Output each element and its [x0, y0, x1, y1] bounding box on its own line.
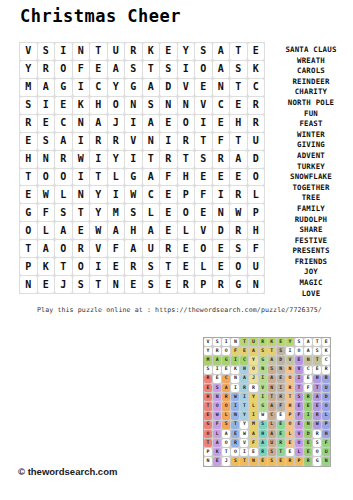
grid-cell[interactable]: E [178, 258, 195, 275]
grid-cell[interactable]: R [213, 276, 230, 293]
word-list-item: MAGIC [271, 278, 351, 289]
grid-cell[interactable]: A [90, 115, 107, 132]
grid-cell[interactable]: D [213, 222, 230, 239]
grid-cell[interactable]: Y [108, 79, 125, 96]
grid-cell[interactable]: H [125, 222, 142, 239]
grid-cell[interactable]: T [230, 43, 247, 60]
grid-cell[interactable]: L [143, 204, 160, 221]
grid-cell[interactable]: U [248, 133, 265, 150]
grid-cell[interactable]: V [20, 43, 37, 60]
grid-cell[interactable]: R [108, 133, 125, 150]
grid-cell[interactable]: W [230, 204, 247, 221]
grid-cell[interactable]: A [143, 222, 160, 239]
solution-cell: H [240, 366, 248, 374]
grid-cell[interactable]: L [55, 186, 72, 203]
grid-cell[interactable]: S [143, 258, 160, 275]
grid-cell[interactable]: I [213, 186, 230, 203]
grid-cell[interactable]: Y [108, 151, 125, 168]
grid-cell[interactable]: G [125, 79, 142, 96]
grid-cell[interactable]: H [230, 115, 247, 132]
grid-cell[interactable]: I [73, 133, 90, 150]
grid-cell[interactable]: Y [178, 43, 195, 60]
word-list-item: SANTA CLAUS [271, 45, 351, 56]
grid-cell[interactable]: R [38, 61, 55, 78]
grid-cell[interactable]: S [73, 276, 90, 293]
grid-cell[interactable]: E [38, 115, 55, 132]
grid-cell[interactable]: T [90, 169, 107, 186]
grid-cell[interactable]: W [73, 151, 90, 168]
grid-cell[interactable]: A [143, 169, 160, 186]
grid-cell[interactable]: T [178, 151, 195, 168]
solution-cell: P [204, 448, 212, 456]
grid-cell[interactable]: C [55, 115, 72, 132]
solution-cell: I [295, 375, 303, 383]
solution-cell: O [322, 402, 330, 410]
solution-cell: O [222, 402, 230, 410]
grid-cell[interactable]: T [143, 151, 160, 168]
solution-cell: E [313, 366, 321, 374]
grid-cell[interactable]: M [108, 204, 125, 221]
grid-cell[interactable]: K [73, 97, 90, 114]
solution-cell: G [313, 457, 321, 465]
grid-cell[interactable]: N [73, 43, 90, 60]
grid-cell[interactable]: W [38, 186, 55, 203]
grid-cell[interactable]: T [90, 43, 107, 60]
grid-cell[interactable]: E [160, 115, 177, 132]
solution-cell: P [286, 412, 294, 420]
grid-cell[interactable]: H [90, 97, 107, 114]
grid-cell[interactable]: T [90, 276, 107, 293]
solution-cell: G [204, 421, 212, 429]
grid-cell[interactable]: E [195, 169, 212, 186]
grid-cell[interactable]: O [178, 204, 195, 221]
grid-cell[interactable]: L [248, 186, 265, 203]
grid-cell[interactable]: O [55, 240, 72, 257]
solution-cell: N [304, 356, 312, 364]
solution-cell: R [286, 457, 294, 465]
word-list-item: LOVE [271, 289, 351, 300]
grid-cell[interactable]: R [213, 151, 230, 168]
grid-cell[interactable]: J [55, 276, 72, 293]
grid-cell[interactable]: P [195, 276, 212, 293]
solution-cell: S [313, 347, 321, 355]
grid-cell[interactable]: U [143, 240, 160, 257]
solution-cell: U [322, 384, 330, 392]
grid-cell[interactable]: G [55, 79, 72, 96]
grid-cell[interactable]: M [20, 79, 37, 96]
solution-cell: O [286, 375, 294, 383]
solution-cell: W [213, 412, 221, 420]
grid-cell[interactable]: F [248, 240, 265, 257]
solution-cell: P [322, 421, 330, 429]
solution-cell: E [304, 439, 312, 447]
grid-cell[interactable]: C [213, 97, 230, 114]
grid-cell[interactable]: L [108, 169, 125, 186]
grid-cell[interactable]: F [195, 186, 212, 203]
solution-cell: S [268, 366, 276, 374]
grid-cell[interactable]: E [160, 204, 177, 221]
solution-cell: V [240, 439, 248, 447]
grid-cell[interactable]: I [160, 133, 177, 150]
solution-cell: T [286, 393, 294, 401]
grid-cell[interactable]: Y [90, 204, 107, 221]
grid-cell[interactable]: F [38, 204, 55, 221]
solution-cell: O [222, 439, 230, 447]
grid-cell[interactable]: O [230, 258, 247, 275]
grid-cell[interactable]: I [108, 186, 125, 203]
grid-cell[interactable]: W [90, 222, 107, 239]
solution-cell: S [259, 347, 267, 355]
solution-cell: O [295, 439, 303, 447]
solution-cell: K [322, 347, 330, 355]
solution-cell: R [240, 384, 248, 392]
grid-cell[interactable]: F [73, 61, 90, 78]
solution-cell: I [213, 366, 221, 374]
grid-cell[interactable]: O [195, 61, 212, 78]
grid-cell[interactable]: N [178, 97, 195, 114]
grid-cell[interactable]: S [195, 151, 212, 168]
grid-cell[interactable]: P [20, 258, 37, 275]
solution-cell: S [222, 421, 230, 429]
grid-cell[interactable]: N [248, 276, 265, 293]
grid-cell[interactable]: A [108, 61, 125, 78]
grid-cell[interactable]: A [230, 151, 247, 168]
grid-cell[interactable]: O [55, 169, 72, 186]
grid-cell[interactable]: E [213, 258, 230, 275]
grid-cell[interactable]: I [90, 258, 107, 275]
solution-cell: A [259, 439, 267, 447]
grid-cell[interactable]: G [20, 204, 37, 221]
word-list-item: SHARE [271, 225, 351, 236]
solution-cell: E [240, 347, 248, 355]
solution-cell: L [249, 402, 257, 410]
grid-cell[interactable]: R [160, 240, 177, 257]
grid-cell[interactable]: N [20, 276, 37, 293]
grid-cell[interactable]: V [125, 133, 142, 150]
grid-cell[interactable]: R [20, 115, 37, 132]
grid-cell[interactable]: H [248, 222, 265, 239]
grid-cell[interactable]: R [90, 133, 107, 150]
grid-cell[interactable]: S [143, 97, 160, 114]
grid-cell[interactable]: T [55, 258, 72, 275]
grid-cell[interactable]: I [178, 61, 195, 78]
grid-cell[interactable]: T [143, 61, 160, 78]
grid-cell[interactable]: E [213, 115, 230, 132]
solution-cell: O [295, 347, 303, 355]
solution-cell: O [204, 430, 212, 438]
grid-cell[interactable]: S [125, 204, 142, 221]
solution-cell: S [268, 457, 276, 465]
grid-cell[interactable]: O [55, 61, 72, 78]
grid-cell[interactable]: N [125, 97, 142, 114]
solution-cell: S [259, 421, 267, 429]
solution-cell: S [268, 448, 276, 456]
grid-cell[interactable]: I [38, 97, 55, 114]
grid-cell[interactable]: N [160, 97, 177, 114]
grid-cell[interactable]: N [213, 79, 230, 96]
grid-cell[interactable]: R [125, 258, 142, 275]
grid-cell[interactable]: I [90, 151, 107, 168]
word-list-item: FRIENDS [271, 257, 351, 268]
grid-cell[interactable]: Y [90, 186, 107, 203]
grid-cell[interactable]: V [178, 79, 195, 96]
grid-cell[interactable]: A [213, 43, 230, 60]
solution-cell: E [313, 402, 321, 410]
solution-cell: H [204, 393, 212, 401]
grid-cell[interactable]: A [143, 115, 160, 132]
solution-cell: T [240, 338, 248, 346]
grid-cell[interactable]: V [195, 97, 212, 114]
solution-cell: N [322, 457, 330, 465]
page-title: Christmas Cheer [20, 6, 181, 26]
grid-cell[interactable]: I [73, 169, 90, 186]
grid-cell[interactable]: F [108, 240, 125, 257]
grid-cell[interactable]: A [55, 133, 72, 150]
solution-cell: E [286, 439, 294, 447]
grid-cell[interactable]: S [230, 240, 247, 257]
solution-cell: W [313, 421, 321, 429]
grid-cell[interactable]: R [55, 151, 72, 168]
solution-cell: K [213, 448, 221, 456]
grid-cell[interactable]: R [248, 97, 265, 114]
grid-cell[interactable]: K [38, 258, 55, 275]
grid-cell[interactable]: E [230, 97, 247, 114]
solution-cell: I [286, 347, 294, 355]
grid-cell[interactable]: R [125, 43, 142, 60]
grid-cell[interactable]: E [178, 240, 195, 257]
grid-cell[interactable]: W [125, 186, 142, 203]
grid-cell[interactable]: S [195, 43, 212, 60]
word-list: SANTA CLAUSWREATHCAROLSREINDEERCHARITYNO… [271, 45, 351, 299]
grid-cell[interactable]: E [248, 43, 265, 60]
solution-cell: J [249, 375, 257, 383]
solution-cell: G [259, 402, 267, 410]
word-list-item: FEAST [271, 119, 351, 130]
solution-cell: E [277, 338, 285, 346]
grid-cell[interactable]: E [195, 204, 212, 221]
solution-cell: L [268, 421, 276, 429]
grid-cell[interactable]: E [160, 43, 177, 60]
word-search-grid: VSINTURKEYSATEYROFEASTSIOASKMAGICYGADVEN… [19, 42, 265, 294]
solution-cell: A [213, 439, 221, 447]
solution-cell: W [231, 393, 239, 401]
grid-cell[interactable]: A [125, 240, 142, 257]
solution-cell: O [231, 448, 239, 456]
grid-cell[interactable]: A [55, 222, 72, 239]
grid-cell[interactable]: R [178, 133, 195, 150]
grid-cell[interactable]: E [195, 79, 212, 96]
grid-cell[interactable]: E [213, 169, 230, 186]
grid-cell[interactable]: T [195, 133, 212, 150]
grid-cell[interactable]: E [160, 186, 177, 203]
grid-cell[interactable]: E [55, 97, 72, 114]
grid-cell[interactable]: R [178, 276, 195, 293]
solution-cell: V [204, 338, 212, 346]
grid-cell[interactable]: O [108, 97, 125, 114]
word-list-item: WINTER [271, 130, 351, 141]
grid-cell[interactable]: O [20, 222, 37, 239]
grid-cell[interactable]: O [248, 169, 265, 186]
grid-cell[interactable]: O [73, 258, 90, 275]
grid-cell[interactable]: O [195, 240, 212, 257]
solution-cell: V [295, 366, 303, 374]
word-list-item: WREATH [271, 56, 351, 67]
grid-cell[interactable]: N [108, 276, 125, 293]
solution-cell: A [222, 430, 230, 438]
grid-cell[interactable]: V [90, 240, 107, 257]
grid-cell[interactable]: T [20, 240, 37, 257]
grid-cell[interactable]: A [108, 222, 125, 239]
grid-cell[interactable]: R [160, 151, 177, 168]
solution-cell: E [295, 421, 303, 429]
grid-cell[interactable]: V [195, 222, 212, 239]
grid-cell[interactable]: O [178, 115, 195, 132]
grid-cell[interactable]: J [108, 115, 125, 132]
grid-cell[interactable]: K [143, 43, 160, 60]
solution-cell: D [304, 430, 312, 438]
grid-cell[interactable]: S [143, 276, 160, 293]
grid-cell[interactable]: T [73, 204, 90, 221]
grid-cell[interactable]: U [108, 43, 125, 60]
grid-cell[interactable]: C [90, 79, 107, 96]
grid-cell[interactable]: N [73, 186, 90, 203]
grid-cell[interactable]: S [55, 204, 72, 221]
grid-cell[interactable]: E [213, 240, 230, 257]
grid-cell[interactable]: P [178, 186, 195, 203]
word-list-item: FUN [271, 109, 351, 120]
grid-cell[interactable]: I [73, 79, 90, 96]
grid-cell[interactable]: F [160, 169, 177, 186]
solution-cell: F [249, 439, 257, 447]
grid-cell[interactable]: S [160, 61, 177, 78]
word-list-item: SNOWFLAKE [271, 172, 351, 183]
grid-cell[interactable]: I [55, 43, 72, 60]
solution-cell: M [249, 421, 257, 429]
solution-cell: O [222, 347, 230, 355]
grid-cell[interactable]: E [160, 222, 177, 239]
grid-cell[interactable]: D [160, 79, 177, 96]
solution-cell: P [295, 457, 303, 465]
solution-cell: I [222, 338, 230, 346]
grid-cell[interactable]: E [160, 276, 177, 293]
grid-cell[interactable]: C [143, 186, 160, 203]
grid-cell[interactable]: L [195, 258, 212, 275]
grid-cell[interactable]: T [230, 79, 247, 96]
grid-cell[interactable]: Y [20, 61, 37, 78]
grid-cell[interactable]: E [20, 133, 37, 150]
grid-cell[interactable]: E [90, 61, 107, 78]
grid-cell[interactable]: E [230, 169, 247, 186]
solution-cell: E [277, 430, 285, 438]
grid-cell[interactable]: L [38, 222, 55, 239]
solution-cell: N [304, 421, 312, 429]
grid-cell[interactable]: T [230, 133, 247, 150]
grid-cell[interactable]: G [230, 276, 247, 293]
grid-cell[interactable]: E [20, 186, 37, 203]
solution-cell: E [286, 448, 294, 456]
solution-cell: J [222, 457, 230, 465]
grid-cell[interactable]: E [38, 276, 55, 293]
grid-cell[interactable]: D [248, 151, 265, 168]
solution-cell: C [322, 356, 330, 364]
grid-cell[interactable]: S [230, 61, 247, 78]
solution-cell: F [295, 412, 303, 420]
grid-cell[interactable]: N [38, 151, 55, 168]
grid-cell[interactable]: S [125, 61, 142, 78]
solution-cell: S [295, 338, 303, 346]
solution-cell: E [277, 421, 285, 429]
grid-cell[interactable]: S [20, 97, 37, 114]
grid-cell[interactable]: A [213, 61, 230, 78]
grid-cell[interactable]: E [73, 222, 90, 239]
grid-cell[interactable]: L [178, 222, 195, 239]
grid-cell[interactable]: S [38, 43, 55, 60]
solution-cell: E [295, 402, 303, 410]
grid-cell[interactable]: A [143, 79, 160, 96]
solution-cell: O [249, 366, 257, 374]
grid-cell[interactable]: I [125, 115, 142, 132]
solution-cell: R [231, 439, 239, 447]
grid-cell[interactable]: E [108, 258, 125, 275]
grid-cell[interactable]: C [248, 79, 265, 96]
grid-cell[interactable]: I [125, 151, 142, 168]
solution-cell: T [240, 402, 248, 410]
grid-cell[interactable]: F [213, 133, 230, 150]
solution-cell: S [213, 384, 221, 392]
solution-cell: H [259, 430, 267, 438]
grid-cell[interactable]: A [38, 79, 55, 96]
word-list-item: CAROLS [271, 66, 351, 77]
grid-cell[interactable]: U [248, 258, 265, 275]
solution-cell: W [259, 412, 267, 420]
puzzle-url-caption: Play this puzzle online at : https://the… [6, 306, 353, 314]
grid-cell[interactable]: R [230, 186, 247, 203]
grid-cell[interactable]: S [38, 133, 55, 150]
site-watermark: © thewordsearch.com [18, 466, 117, 477]
solution-cell: W [240, 430, 248, 438]
solution-cell: N [231, 375, 239, 383]
grid-cell[interactable]: T [20, 169, 37, 186]
solution-cell: T [295, 384, 303, 392]
solution-cell: U [249, 338, 257, 346]
grid-cell[interactable]: N [73, 115, 90, 132]
grid-cell[interactable]: N [213, 204, 230, 221]
grid-cell[interactable]: N [143, 133, 160, 150]
grid-cell[interactable]: R [230, 222, 247, 239]
word-list-item: TREE [271, 193, 351, 204]
solution-cell: R [286, 384, 294, 392]
grid-cell[interactable]: T [160, 258, 177, 275]
solution-cell: A [249, 347, 257, 355]
grid-cell[interactable]: P [248, 204, 265, 221]
solution-cell: I [240, 393, 248, 401]
grid-cell[interactable]: R [248, 115, 265, 132]
grid-cell[interactable]: R [73, 240, 90, 257]
grid-cell[interactable]: G [125, 169, 142, 186]
solution-cell: E [259, 457, 267, 465]
grid-cell[interactable]: A [38, 240, 55, 257]
solution-cell: T [268, 347, 276, 355]
grid-cell[interactable]: H [20, 151, 37, 168]
solution-cell: E [231, 430, 239, 438]
grid-cell[interactable]: K [248, 61, 265, 78]
grid-cell[interactable]: E [125, 276, 142, 293]
solution-cell: R [304, 393, 312, 401]
grid-cell[interactable]: H [178, 169, 195, 186]
grid-cell[interactable]: O [38, 169, 55, 186]
solution-cell: N [259, 366, 267, 374]
grid-cell[interactable]: I [195, 115, 212, 132]
